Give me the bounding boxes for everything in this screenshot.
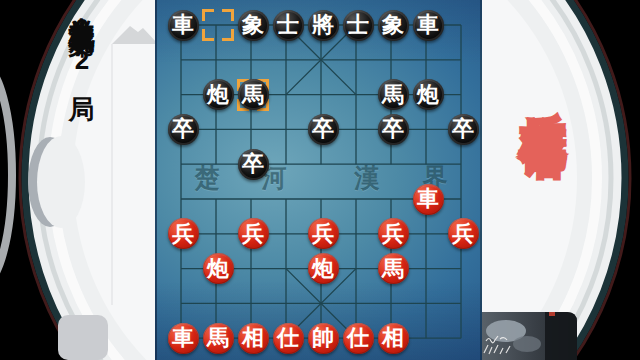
river-character: 漢 <box>355 161 380 196</box>
video-frame: 楚 河 漢 界 車象士將士象車炮馬馬炮卒卒卒卒卒車兵兵兵兵兵炮炮馬車馬相仕帥仕相… <box>0 0 640 360</box>
piece-red-horse[interactable]: 馬 <box>203 323 234 354</box>
piece-red-advisor[interactable]: 仕 <box>343 323 374 354</box>
piece-black-advisor[interactable]: 士 <box>273 10 304 41</box>
river-character: 楚 <box>195 161 220 196</box>
piece-red-soldier[interactable]: 兵 <box>378 218 409 249</box>
piece-black-chariot[interactable]: 車 <box>168 10 199 41</box>
piece-red-cannon[interactable]: 炮 <box>203 253 234 284</box>
piece-red-soldier[interactable]: 兵 <box>238 218 269 249</box>
piece-black-horse[interactable]: 馬 <box>238 79 269 110</box>
piece-black-advisor[interactable]: 士 <box>343 10 374 41</box>
piece-red-elephant[interactable]: 相 <box>378 323 409 354</box>
left-title-banner: 当头炮直车破屏风马第02局 <box>64 0 100 360</box>
piece-red-cannon[interactable]: 炮 <box>308 253 339 284</box>
piece-black-soldier[interactable]: 卒 <box>378 114 409 145</box>
piece-red-general[interactable]: 帥 <box>308 323 339 354</box>
piece-red-soldier[interactable]: 兵 <box>448 218 479 249</box>
xiangqi-board: 楚 河 漢 界 車象士將士象車炮馬馬炮卒卒卒卒卒車兵兵兵兵兵炮炮馬車馬相仕帥仕相 <box>155 0 482 360</box>
piece-black-chariot[interactable]: 車 <box>413 10 444 41</box>
piece-red-soldier[interactable]: 兵 <box>168 218 199 249</box>
piece-black-elephant[interactable]: 象 <box>378 10 409 41</box>
piece-red-soldier[interactable]: 兵 <box>308 218 339 249</box>
piece-black-general[interactable]: 將 <box>308 10 339 41</box>
piece-red-chariot[interactable]: 車 <box>168 323 199 354</box>
piece-black-elephant[interactable]: 象 <box>238 10 269 41</box>
piece-black-soldier[interactable]: 卒 <box>238 149 269 180</box>
piece-black-cannon[interactable]: 炮 <box>413 79 444 110</box>
piece-black-horse[interactable]: 馬 <box>378 79 409 110</box>
piece-red-chariot[interactable]: 車 <box>413 184 444 215</box>
piece-red-advisor[interactable]: 仕 <box>273 323 304 354</box>
piece-red-horse[interactable]: 馬 <box>378 253 409 284</box>
piece-red-elephant[interactable]: 相 <box>238 323 269 354</box>
right-title-banner: 反梅花谱 <box>514 77 572 360</box>
piece-black-cannon[interactable]: 炮 <box>203 79 234 110</box>
piece-black-soldier[interactable]: 卒 <box>448 114 479 145</box>
piece-black-soldier[interactable]: 卒 <box>308 114 339 145</box>
piece-black-soldier[interactable]: 卒 <box>168 114 199 145</box>
